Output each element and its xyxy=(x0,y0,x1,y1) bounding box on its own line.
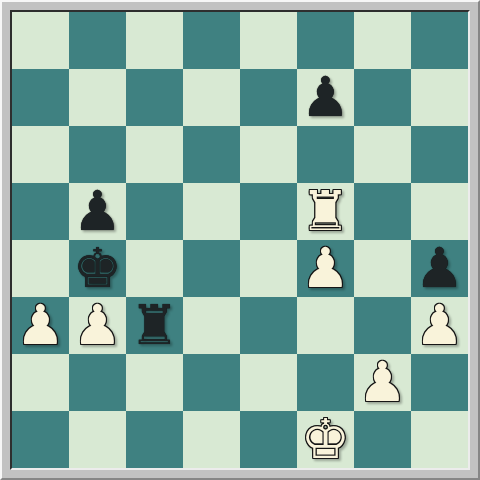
square-c8[interactable] xyxy=(126,12,183,69)
square-f6[interactable] xyxy=(297,126,354,183)
square-b7[interactable] xyxy=(69,69,126,126)
square-b5[interactable]: ♟ xyxy=(69,183,126,240)
square-h8[interactable] xyxy=(411,12,468,69)
square-d6[interactable] xyxy=(183,126,240,183)
square-e6[interactable] xyxy=(240,126,297,183)
square-g1[interactable] xyxy=(354,411,411,468)
square-d3[interactable] xyxy=(183,297,240,354)
square-a2[interactable] xyxy=(12,354,69,411)
square-f7[interactable]: ♟ xyxy=(297,69,354,126)
board-bevel: ♟♟♜♚♟♟♟♟♜♟♟♚ xyxy=(10,10,470,470)
square-c7[interactable] xyxy=(126,69,183,126)
black-pawn[interactable]: ♟ xyxy=(73,183,122,240)
square-h7[interactable] xyxy=(411,69,468,126)
square-b2[interactable] xyxy=(69,354,126,411)
square-e5[interactable] xyxy=(240,183,297,240)
square-e7[interactable] xyxy=(240,69,297,126)
square-f3[interactable] xyxy=(297,297,354,354)
square-c4[interactable] xyxy=(126,240,183,297)
square-h1[interactable] xyxy=(411,411,468,468)
white-king[interactable]: ♚ xyxy=(301,411,350,468)
square-c2[interactable] xyxy=(126,354,183,411)
black-rook[interactable]: ♜ xyxy=(130,297,179,354)
square-d4[interactable] xyxy=(183,240,240,297)
square-f4[interactable]: ♟ xyxy=(297,240,354,297)
board-frame: ♟♟♜♚♟♟♟♟♜♟♟♚ xyxy=(0,0,480,480)
square-f8[interactable] xyxy=(297,12,354,69)
square-h2[interactable] xyxy=(411,354,468,411)
square-a8[interactable] xyxy=(12,12,69,69)
white-pawn[interactable]: ♟ xyxy=(73,297,122,354)
square-a1[interactable] xyxy=(12,411,69,468)
square-h5[interactable] xyxy=(411,183,468,240)
square-g3[interactable] xyxy=(354,297,411,354)
square-a5[interactable] xyxy=(12,183,69,240)
square-h3[interactable]: ♟ xyxy=(411,297,468,354)
square-f2[interactable] xyxy=(297,354,354,411)
black-pawn[interactable]: ♟ xyxy=(415,240,464,297)
square-h4[interactable]: ♟ xyxy=(411,240,468,297)
square-c6[interactable] xyxy=(126,126,183,183)
square-d8[interactable] xyxy=(183,12,240,69)
square-c5[interactable] xyxy=(126,183,183,240)
square-f1[interactable]: ♚ xyxy=(297,411,354,468)
white-pawn[interactable]: ♟ xyxy=(16,297,65,354)
square-b1[interactable] xyxy=(69,411,126,468)
square-b3[interactable]: ♟ xyxy=(69,297,126,354)
square-c1[interactable] xyxy=(126,411,183,468)
square-d1[interactable] xyxy=(183,411,240,468)
square-g4[interactable] xyxy=(354,240,411,297)
white-rook[interactable]: ♜ xyxy=(301,183,350,240)
black-pawn[interactable]: ♟ xyxy=(301,69,350,126)
square-g2[interactable]: ♟ xyxy=(354,354,411,411)
square-b4[interactable]: ♚ xyxy=(69,240,126,297)
square-g5[interactable] xyxy=(354,183,411,240)
white-pawn[interactable]: ♟ xyxy=(301,240,350,297)
square-b6[interactable] xyxy=(69,126,126,183)
square-d5[interactable] xyxy=(183,183,240,240)
square-g6[interactable] xyxy=(354,126,411,183)
square-f5[interactable]: ♜ xyxy=(297,183,354,240)
square-a3[interactable]: ♟ xyxy=(12,297,69,354)
square-g7[interactable] xyxy=(354,69,411,126)
square-e1[interactable] xyxy=(240,411,297,468)
square-e3[interactable] xyxy=(240,297,297,354)
square-c3[interactable]: ♜ xyxy=(126,297,183,354)
square-e4[interactable] xyxy=(240,240,297,297)
square-e2[interactable] xyxy=(240,354,297,411)
black-king[interactable]: ♚ xyxy=(73,240,122,297)
chess-board: ♟♟♜♚♟♟♟♟♜♟♟♚ xyxy=(12,12,468,468)
square-a4[interactable] xyxy=(12,240,69,297)
white-pawn[interactable]: ♟ xyxy=(415,297,464,354)
square-d2[interactable] xyxy=(183,354,240,411)
square-g8[interactable] xyxy=(354,12,411,69)
square-a6[interactable] xyxy=(12,126,69,183)
square-d7[interactable] xyxy=(183,69,240,126)
square-b8[interactable] xyxy=(69,12,126,69)
square-a7[interactable] xyxy=(12,69,69,126)
square-e8[interactable] xyxy=(240,12,297,69)
white-pawn[interactable]: ♟ xyxy=(358,354,407,411)
square-h6[interactable] xyxy=(411,126,468,183)
